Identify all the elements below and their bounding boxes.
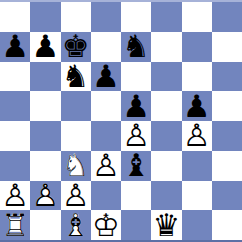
pawn-outline-glyph: ♙ (61, 181, 91, 211)
knight-glyph: ♞ (121, 32, 151, 62)
bishop-outline-glyph: ♗ (61, 210, 91, 240)
square-h6[interactable] (212, 62, 242, 92)
square-a2[interactable]: ♟♙ (0, 181, 30, 211)
square-g8[interactable] (182, 2, 212, 32)
square-b5[interactable] (30, 91, 60, 121)
king-outline-glyph: ♔ (91, 210, 121, 240)
square-f1[interactable]: ♛ (151, 210, 181, 240)
square-h5[interactable] (212, 91, 242, 121)
bishop-glyph: ♝ (121, 151, 151, 181)
queen-glyph: ♛ (151, 210, 181, 240)
pawn-outline-glyph: ♙ (30, 181, 60, 211)
black-pawn-piece[interactable]: ♟ (91, 62, 121, 92)
square-b4[interactable] (30, 121, 60, 151)
square-e3[interactable]: ♝ (121, 151, 151, 181)
square-e2[interactable] (121, 181, 151, 211)
square-d6[interactable]: ♟ (91, 62, 121, 92)
square-b2[interactable]: ♟♙ (30, 181, 60, 211)
square-a6[interactable] (0, 62, 30, 92)
square-d3[interactable]: ♟♙ (91, 151, 121, 181)
square-d5[interactable] (91, 91, 121, 121)
square-g4[interactable]: ♟♙ (182, 121, 212, 151)
square-f4[interactable] (151, 121, 181, 151)
white-pawn-piece[interactable]: ♟♙ (0, 181, 30, 211)
white-pawn-piece[interactable]: ♟♙ (91, 151, 121, 181)
white-rook-piece[interactable]: ♜♖ (0, 210, 30, 240)
square-g2[interactable] (182, 181, 212, 211)
black-bishop-piece[interactable]: ♝ (121, 151, 151, 181)
square-f5[interactable] (151, 91, 181, 121)
chess-board: ♟♟♚♞♞♟♟♟♟♙♟♙♞♘♟♙♝♟♙♟♙♟♙♜♖♝♗♚♔♛ (0, 0, 242, 242)
black-queen-piece[interactable]: ♛ (151, 210, 181, 240)
pawn-outline-glyph: ♙ (0, 181, 30, 211)
square-d1[interactable]: ♚♔ (91, 210, 121, 240)
square-e1[interactable] (121, 210, 151, 240)
square-f2[interactable] (151, 181, 181, 211)
square-f7[interactable] (151, 32, 181, 62)
square-a5[interactable] (0, 91, 30, 121)
square-d2[interactable] (91, 181, 121, 211)
white-pawn-piece[interactable]: ♟♙ (30, 181, 60, 211)
pawn-outline-glyph: ♙ (182, 121, 212, 151)
square-e7[interactable]: ♞ (121, 32, 151, 62)
pawn-outline-glyph: ♙ (91, 151, 121, 181)
square-c6[interactable]: ♞ (61, 62, 91, 92)
square-d8[interactable] (91, 2, 121, 32)
black-knight-piece[interactable]: ♞ (61, 62, 91, 92)
square-f3[interactable] (151, 151, 181, 181)
square-b7[interactable]: ♟ (30, 32, 60, 62)
white-pawn-piece[interactable]: ♟♙ (182, 121, 212, 151)
square-h3[interactable] (212, 151, 242, 181)
square-f8[interactable] (151, 2, 181, 32)
square-h1[interactable] (212, 210, 242, 240)
square-a1[interactable]: ♜♖ (0, 210, 30, 240)
square-a7[interactable]: ♟ (0, 32, 30, 62)
square-g1[interactable] (182, 210, 212, 240)
rook-outline-glyph: ♖ (0, 210, 30, 240)
square-h7[interactable] (212, 32, 242, 62)
square-a4[interactable] (0, 121, 30, 151)
square-c2[interactable]: ♟♙ (61, 181, 91, 211)
square-b6[interactable] (30, 62, 60, 92)
black-pawn-piece[interactable]: ♟ (0, 32, 30, 62)
knight-glyph: ♞ (61, 62, 91, 92)
pawn-glyph: ♟ (91, 62, 121, 92)
square-c5[interactable] (61, 91, 91, 121)
white-king-piece[interactable]: ♚♔ (91, 210, 121, 240)
black-pawn-piece[interactable]: ♟ (30, 32, 60, 62)
white-pawn-piece[interactable]: ♟♙ (61, 181, 91, 211)
square-c1[interactable]: ♝♗ (61, 210, 91, 240)
pawn-glyph: ♟ (0, 32, 30, 62)
square-e6[interactable] (121, 62, 151, 92)
black-knight-piece[interactable]: ♞ (121, 32, 151, 62)
chess-board-grid: ♟♟♚♞♞♟♟♟♟♙♟♙♞♘♟♙♝♟♙♟♙♟♙♜♖♝♗♚♔♛ (0, 0, 242, 242)
square-h4[interactable] (212, 121, 242, 151)
pawn-glyph: ♟ (30, 32, 60, 62)
square-h2[interactable] (212, 181, 242, 211)
square-g3[interactable] (182, 151, 212, 181)
square-g6[interactable] (182, 62, 212, 92)
white-bishop-piece[interactable]: ♝♗ (61, 210, 91, 240)
square-h8[interactable] (212, 2, 242, 32)
square-b1[interactable] (30, 210, 60, 240)
square-f6[interactable] (151, 62, 181, 92)
square-g7[interactable] (182, 32, 212, 62)
